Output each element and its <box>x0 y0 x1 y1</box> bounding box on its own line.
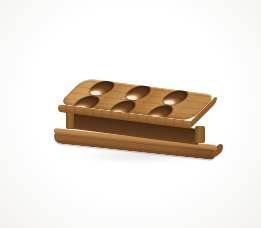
pit-hole <box>85 79 119 95</box>
right-corner-post <box>195 126 205 143</box>
product-photo-scene <box>0 0 261 228</box>
left-corner-post <box>66 112 74 129</box>
wooden-pit-rack <box>0 0 261 228</box>
pit-hole <box>122 84 156 100</box>
pit-hole <box>159 89 193 105</box>
